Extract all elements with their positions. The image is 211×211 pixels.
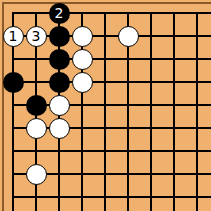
- intersection: [25, 117, 48, 140]
- intersection: [117, 25, 140, 48]
- intersection: [94, 25, 117, 48]
- intersection: [117, 186, 140, 209]
- intersection: [163, 94, 186, 117]
- intersection: [186, 48, 209, 71]
- intersection: [48, 94, 71, 117]
- intersection: [163, 140, 186, 163]
- intersection: [186, 2, 209, 25]
- intersection: [2, 140, 25, 163]
- white-stone: [72, 72, 93, 93]
- intersection: [117, 71, 140, 94]
- intersection: [2, 2, 25, 25]
- intersection: [140, 186, 163, 209]
- intersection: [186, 163, 209, 186]
- intersection: [163, 71, 186, 94]
- intersection: [25, 48, 48, 71]
- black-stone: [26, 95, 47, 116]
- intersection: [71, 186, 94, 209]
- intersection: [25, 163, 48, 186]
- black-stone: [49, 72, 70, 93]
- black-stone-numbered: 2: [49, 3, 70, 24]
- intersection: [2, 71, 25, 94]
- intersection: [186, 117, 209, 140]
- intersection: [25, 186, 48, 209]
- intersection: [48, 117, 71, 140]
- intersection: [117, 48, 140, 71]
- intersection: [186, 94, 209, 117]
- intersection: [163, 25, 186, 48]
- intersection: [163, 48, 186, 71]
- intersection: [186, 71, 209, 94]
- intersection: [94, 71, 117, 94]
- intersection: [163, 2, 186, 25]
- intersection: [25, 94, 48, 117]
- intersection: [186, 140, 209, 163]
- intersection: [140, 48, 163, 71]
- intersection: [94, 94, 117, 117]
- intersection: [71, 163, 94, 186]
- intersection: [140, 94, 163, 117]
- intersection: [140, 71, 163, 94]
- intersection: [2, 117, 25, 140]
- black-stone: [49, 49, 70, 70]
- white-stone: [49, 95, 70, 116]
- go-board-grid: 213: [2, 2, 209, 209]
- intersection: [117, 2, 140, 25]
- intersection: [71, 2, 94, 25]
- intersection: [25, 2, 48, 25]
- white-stone: [26, 164, 47, 185]
- white-stone: [72, 49, 93, 70]
- intersection: [186, 186, 209, 209]
- intersection: [2, 186, 25, 209]
- intersection: [71, 25, 94, 48]
- intersection: [48, 48, 71, 71]
- intersection: [94, 2, 117, 25]
- black-stone: [49, 26, 70, 47]
- intersection: [2, 48, 25, 71]
- intersection: [94, 117, 117, 140]
- intersection: 3: [25, 25, 48, 48]
- white-stone: [72, 26, 93, 47]
- intersection: [140, 140, 163, 163]
- intersection: [94, 163, 117, 186]
- white-stone-numbered: 3: [26, 26, 47, 47]
- intersection: [140, 2, 163, 25]
- intersection: [94, 140, 117, 163]
- intersection: [71, 71, 94, 94]
- intersection: [2, 163, 25, 186]
- intersection: [140, 25, 163, 48]
- intersection: [140, 117, 163, 140]
- intersection: [186, 25, 209, 48]
- intersection: [48, 25, 71, 48]
- white-stone-numbered: 1: [3, 26, 24, 47]
- intersection: [163, 186, 186, 209]
- intersection: [2, 94, 25, 117]
- intersection: [163, 117, 186, 140]
- white-stone: [26, 118, 47, 139]
- intersection: [71, 94, 94, 117]
- intersection: [163, 163, 186, 186]
- intersection: [117, 117, 140, 140]
- intersection: [71, 48, 94, 71]
- intersection: [94, 186, 117, 209]
- black-stone: [3, 72, 24, 93]
- intersection: [48, 71, 71, 94]
- intersection: [48, 140, 71, 163]
- intersection: 1: [2, 25, 25, 48]
- intersection: [48, 186, 71, 209]
- intersection: [140, 163, 163, 186]
- intersection: [48, 163, 71, 186]
- intersection: [94, 48, 117, 71]
- white-stone: [118, 26, 139, 47]
- intersection: [71, 140, 94, 163]
- intersection: [71, 117, 94, 140]
- intersection: [117, 94, 140, 117]
- intersection: 2: [48, 2, 71, 25]
- intersection: [117, 140, 140, 163]
- go-diagram: 213: [0, 0, 211, 211]
- white-stone: [49, 118, 70, 139]
- intersection: [25, 71, 48, 94]
- intersection: [25, 140, 48, 163]
- intersection: [117, 163, 140, 186]
